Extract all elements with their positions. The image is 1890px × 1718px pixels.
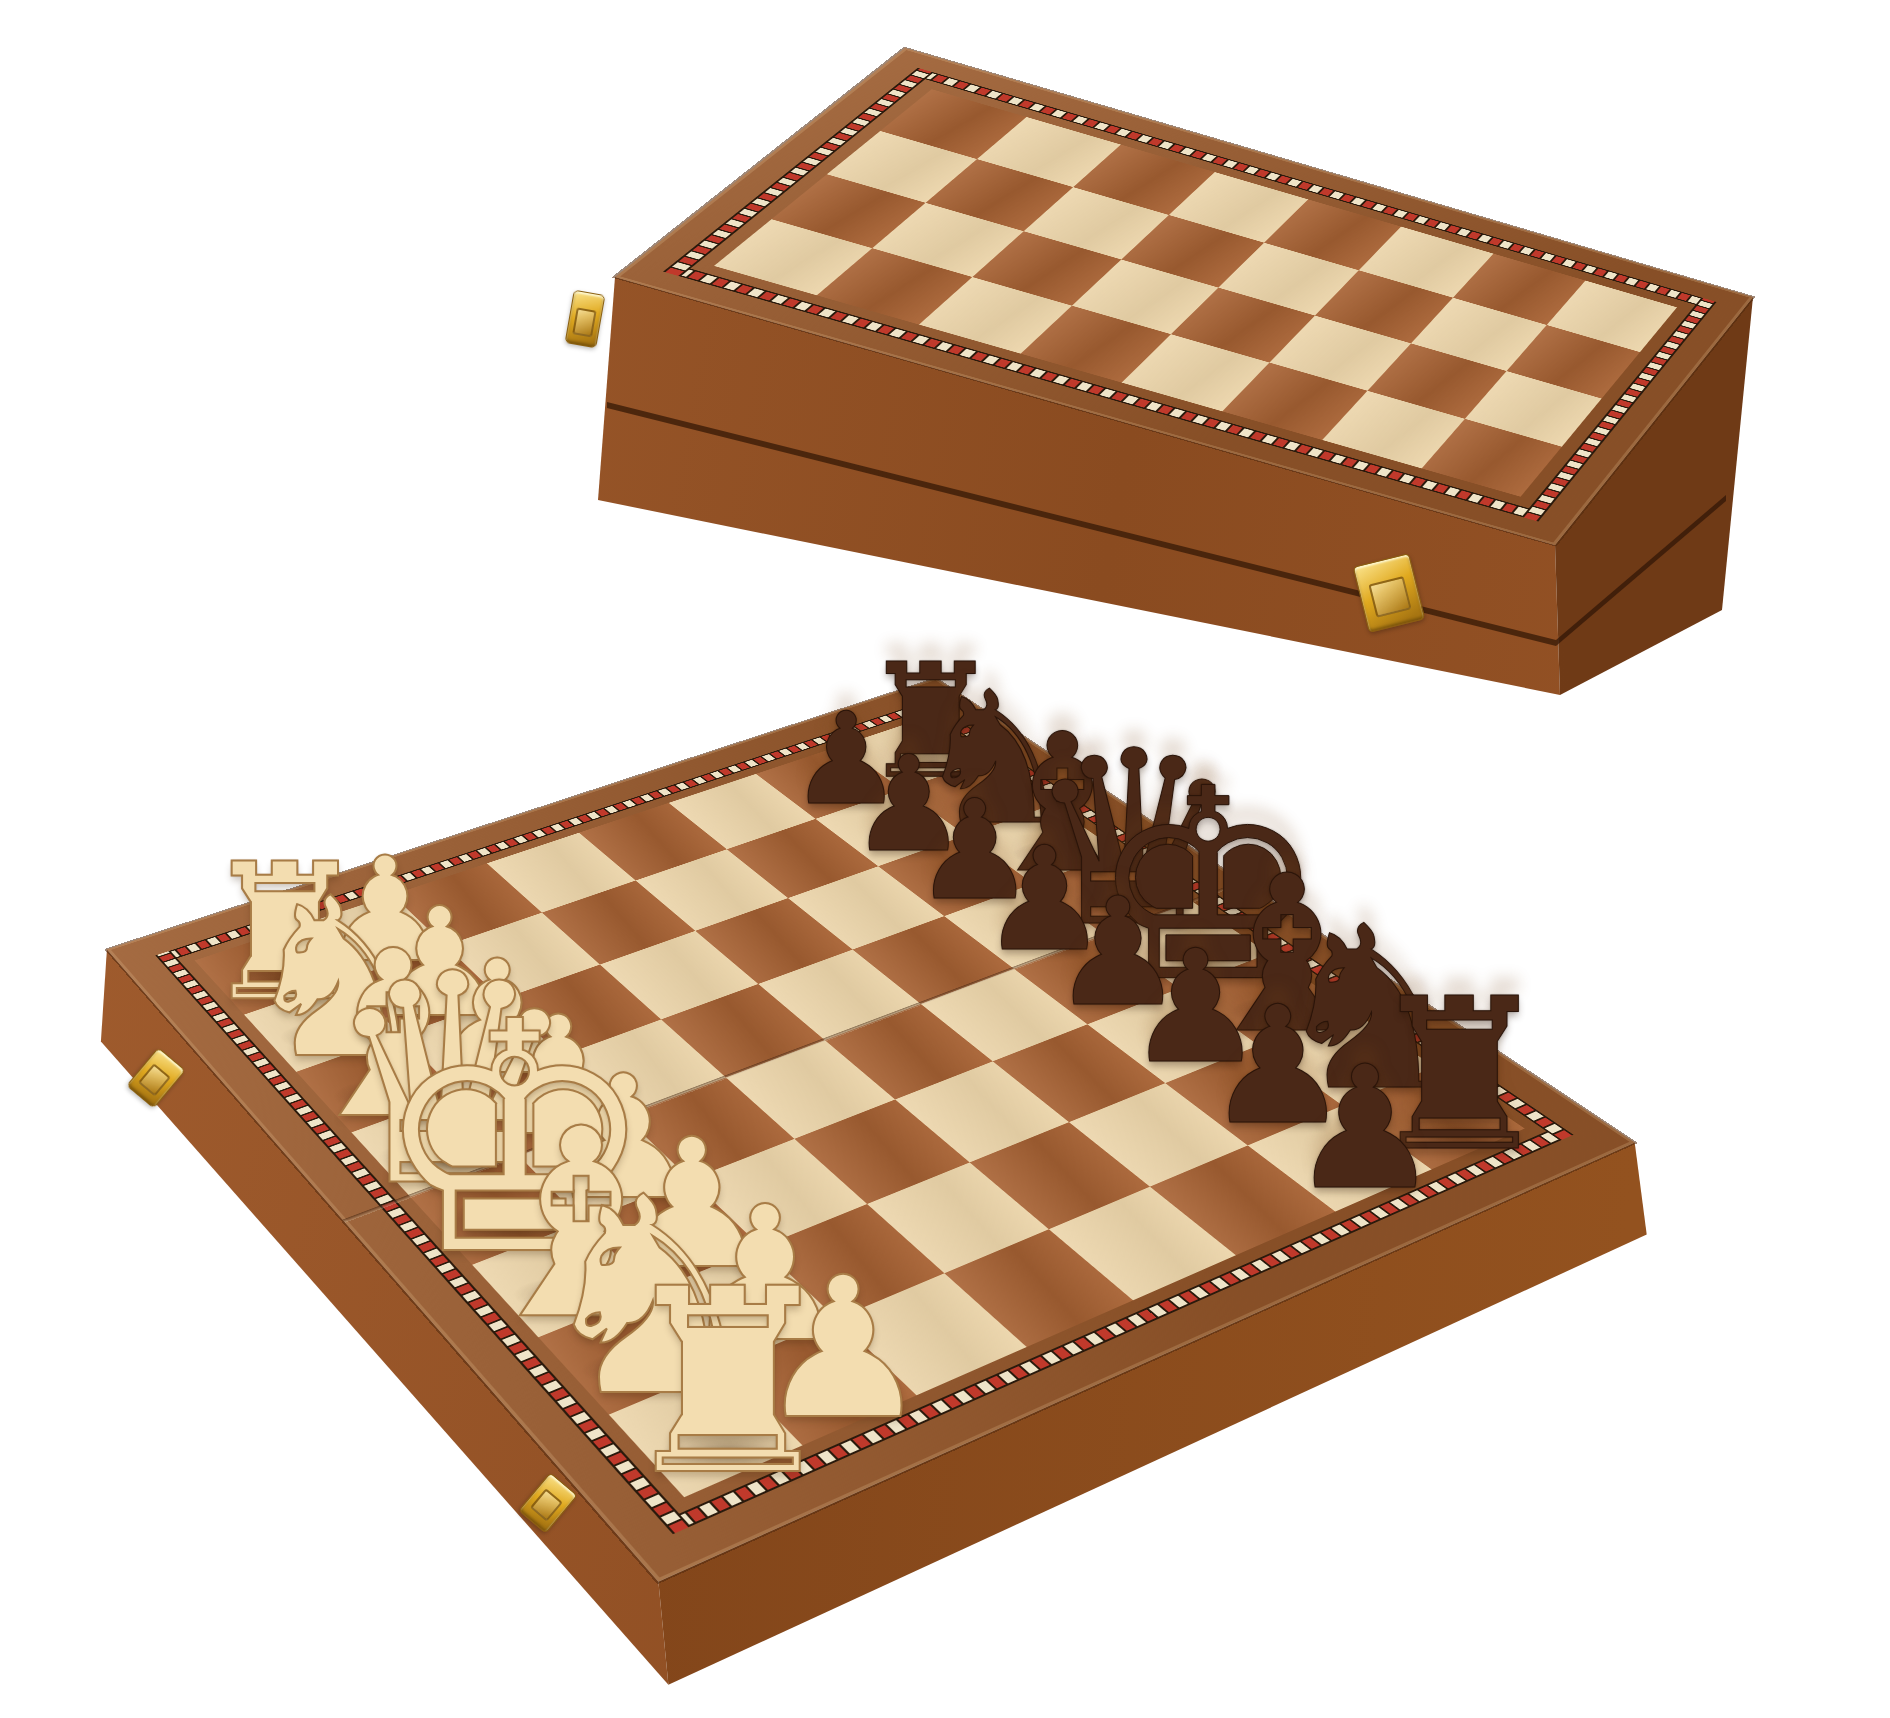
piece-black-pawn: ♟: [1289, 1044, 1441, 1214]
product-photo-scene: ♜♞♝♛♚♝♞♜♟♟♟♟♟♟♟♟♟♟♟♟♟♟♟♟♜♞♝♛♚♝♞♜: [0, 0, 1890, 1718]
piece-white-rook: ♜: [613, 1255, 842, 1510]
chess-pieces-layer: ♜♞♝♛♚♝♞♜♟♟♟♟♟♟♟♟♟♟♟♟♟♟♟♟♜♞♝♛♚♝♞♜: [0, 0, 1890, 1718]
